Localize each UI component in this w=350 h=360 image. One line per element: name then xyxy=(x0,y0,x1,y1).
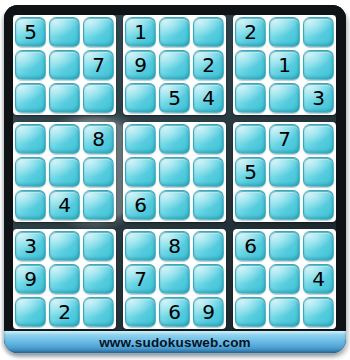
cell-r5c9[interactable] xyxy=(303,157,334,187)
cell-r4c6[interactable] xyxy=(193,124,224,154)
cell-r3c1[interactable] xyxy=(15,83,46,113)
box-2-1: 84 xyxy=(13,122,116,222)
cell-r8c3[interactable] xyxy=(83,264,114,294)
cell-r8c8[interactable] xyxy=(269,264,300,294)
cell-r5c2[interactable] xyxy=(49,157,80,187)
cell-r1c9[interactable] xyxy=(303,17,334,47)
site-link[interactable]: www.sudokusweb.com xyxy=(99,335,251,350)
cell-r3c7[interactable] xyxy=(235,83,266,113)
cell-r5c6[interactable] xyxy=(193,157,224,187)
box-2-2: 6 xyxy=(123,122,226,222)
cell-r1c4[interactable]: 1 xyxy=(125,17,156,47)
cell-r7c9[interactable] xyxy=(303,231,334,261)
cell-r6c6[interactable] xyxy=(193,190,224,220)
cell-r9c8[interactable] xyxy=(269,297,300,327)
sudoku-widget: 571925421384675392876964 www.sudokusweb.… xyxy=(4,5,346,353)
cell-r7c6[interactable] xyxy=(193,231,224,261)
cell-r4c5[interactable] xyxy=(159,124,190,154)
cell-r5c4[interactable] xyxy=(125,157,156,187)
cell-r3c5[interactable]: 5 xyxy=(159,83,190,113)
footer-bar: www.sudokusweb.com xyxy=(4,330,346,353)
cell-r1c5[interactable] xyxy=(159,17,190,47)
cell-r1c8[interactable] xyxy=(269,17,300,47)
cell-r6c5[interactable] xyxy=(159,190,190,220)
cell-r9c9[interactable] xyxy=(303,297,334,327)
cell-r3c4[interactable] xyxy=(125,83,156,113)
cell-r9c1[interactable] xyxy=(15,297,46,327)
cell-r8c2[interactable] xyxy=(49,264,80,294)
cell-r3c3[interactable] xyxy=(83,83,114,113)
cell-r7c3[interactable] xyxy=(83,231,114,261)
cell-r4c1[interactable] xyxy=(15,124,46,154)
cell-r7c2[interactable] xyxy=(49,231,80,261)
cell-r5c8[interactable] xyxy=(269,157,300,187)
cell-r6c2[interactable]: 4 xyxy=(49,190,80,220)
cell-r7c8[interactable] xyxy=(269,231,300,261)
cell-r5c3[interactable] xyxy=(83,157,114,187)
cell-r4c7[interactable] xyxy=(235,124,266,154)
cell-r9c2[interactable]: 2 xyxy=(49,297,80,327)
cell-r8c5[interactable] xyxy=(159,264,190,294)
cell-r8c4[interactable]: 7 xyxy=(125,264,156,294)
box-3-2: 8769 xyxy=(123,229,226,329)
cell-r6c3[interactable] xyxy=(83,190,114,220)
cell-r9c4[interactable] xyxy=(125,297,156,327)
cell-r2c4[interactable]: 9 xyxy=(125,50,156,80)
cell-r5c1[interactable] xyxy=(15,157,46,187)
cell-r2c9[interactable] xyxy=(303,50,334,80)
box-2-3: 75 xyxy=(233,122,336,222)
box-1-1: 57 xyxy=(13,15,116,115)
cell-r1c2[interactable] xyxy=(49,17,80,47)
cell-r2c7[interactable] xyxy=(235,50,266,80)
cell-r2c2[interactable] xyxy=(49,50,80,80)
cell-r4c9[interactable] xyxy=(303,124,334,154)
cell-r6c8[interactable] xyxy=(269,190,300,220)
cell-r9c3[interactable] xyxy=(83,297,114,327)
board-frame: 571925421384675392876964 xyxy=(4,5,346,330)
box-1-2: 19254 xyxy=(123,15,226,115)
cell-r4c3[interactable]: 8 xyxy=(83,124,114,154)
cell-r1c3[interactable] xyxy=(83,17,114,47)
cell-r4c8[interactable]: 7 xyxy=(269,124,300,154)
cell-r2c6[interactable]: 2 xyxy=(193,50,224,80)
cell-r2c1[interactable] xyxy=(15,50,46,80)
cell-r6c7[interactable] xyxy=(235,190,266,220)
cell-r6c1[interactable] xyxy=(15,190,46,220)
cell-r3c2[interactable] xyxy=(49,83,80,113)
cell-r8c6[interactable] xyxy=(193,264,224,294)
cell-r1c6[interactable] xyxy=(193,17,224,47)
box-3-1: 392 xyxy=(13,229,116,329)
cell-r2c8[interactable]: 1 xyxy=(269,50,300,80)
box-3-3: 64 xyxy=(233,229,336,329)
cell-r9c5[interactable]: 6 xyxy=(159,297,190,327)
cell-r8c1[interactable]: 9 xyxy=(15,264,46,294)
cell-r7c7[interactable]: 6 xyxy=(235,231,266,261)
cell-r8c9[interactable]: 4 xyxy=(303,264,334,294)
cell-r4c4[interactable] xyxy=(125,124,156,154)
cell-r6c9[interactable] xyxy=(303,190,334,220)
cell-r8c7[interactable] xyxy=(235,264,266,294)
cell-r5c7[interactable]: 5 xyxy=(235,157,266,187)
cell-r3c9[interactable]: 3 xyxy=(303,83,334,113)
cell-r7c5[interactable]: 8 xyxy=(159,231,190,261)
cell-r9c6[interactable]: 9 xyxy=(193,297,224,327)
cell-r3c6[interactable]: 4 xyxy=(193,83,224,113)
cell-r1c1[interactable]: 5 xyxy=(15,17,46,47)
cell-r4c2[interactable] xyxy=(49,124,80,154)
cell-r6c4[interactable]: 6 xyxy=(125,190,156,220)
cell-r2c5[interactable] xyxy=(159,50,190,80)
box-1-3: 213 xyxy=(233,15,336,115)
cell-r7c1[interactable]: 3 xyxy=(15,231,46,261)
cell-r9c7[interactable] xyxy=(235,297,266,327)
sudoku-board: 571925421384675392876964 xyxy=(13,15,336,329)
cell-r2c3[interactable]: 7 xyxy=(83,50,114,80)
cell-r5c5[interactable] xyxy=(159,157,190,187)
cell-r1c7[interactable]: 2 xyxy=(235,17,266,47)
cell-r7c4[interactable] xyxy=(125,231,156,261)
cell-r3c8[interactable] xyxy=(269,83,300,113)
